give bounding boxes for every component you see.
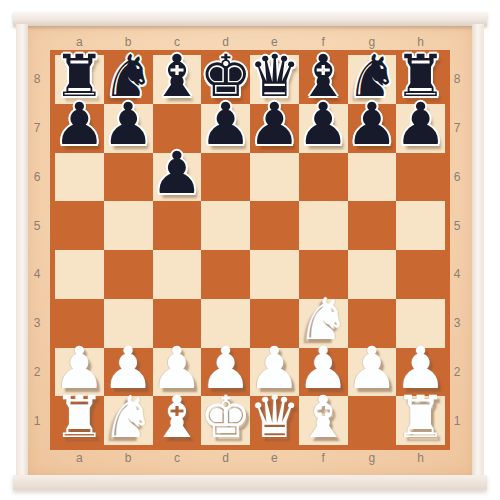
rank-label-left-4: 4 [27, 250, 47, 299]
square-h7[interactable]: ♟ [396, 104, 445, 153]
board-grid-border: ♜♞♝♚♛♝♞♜♟♟♟♟♟♟♟♟♞♟♟♟♟♟♟♟♟♜♞♝♚♛♝♜ [50, 50, 450, 450]
square-g7[interactable]: ♟ [348, 104, 397, 153]
square-e6[interactable] [250, 153, 299, 202]
piece-white-pawn[interactable]: ♟ [348, 348, 397, 397]
rank-label-left-1: 1 [27, 396, 47, 445]
rank-label-right-2: 2 [447, 348, 467, 397]
square-d7[interactable]: ♟ [201, 104, 250, 153]
square-f7[interactable]: ♟ [299, 104, 348, 153]
piece-black-pawn[interactable]: ♟ [396, 104, 445, 153]
square-h1[interactable]: ♜ [396, 396, 445, 445]
piece-black-pawn[interactable]: ♟ [348, 104, 397, 153]
chessboard: ♜♞♝♚♛♝♞♜♟♟♟♟♟♟♟♟♞♟♟♟♟♟♟♟♟♜♞♝♚♛♝♜ [55, 55, 445, 445]
square-b1[interactable]: ♞ [104, 396, 153, 445]
piece-white-bishop[interactable]: ♝ [153, 396, 202, 445]
square-h5[interactable] [396, 201, 445, 250]
frame-right-rail [472, 24, 484, 477]
square-c5[interactable] [153, 201, 202, 250]
piece-white-rook[interactable]: ♜ [396, 396, 445, 445]
file-label-bottom-c: c [153, 449, 202, 467]
frame-bottom-rail [13, 475, 487, 490]
square-d6[interactable] [201, 153, 250, 202]
file-label-bottom-g: g [348, 449, 397, 467]
square-c4[interactable] [153, 250, 202, 299]
square-h4[interactable] [396, 250, 445, 299]
piece-white-king[interactable]: ♚ [201, 396, 250, 445]
square-b4[interactable] [104, 250, 153, 299]
rank-label-left-6: 6 [27, 153, 47, 202]
square-f6[interactable] [299, 153, 348, 202]
square-a1[interactable]: ♜ [55, 396, 104, 445]
rank-label-right-1: 1 [447, 396, 467, 445]
rank-label-right-6: 6 [447, 153, 467, 202]
rank-label-right-4: 4 [447, 250, 467, 299]
square-c8[interactable]: ♝ [153, 55, 202, 104]
file-label-bottom-h: h [396, 449, 445, 467]
square-e1[interactable]: ♛ [250, 396, 299, 445]
rank-label-left-3: 3 [27, 299, 47, 348]
piece-black-bishop[interactable]: ♝ [153, 55, 202, 104]
square-g4[interactable] [348, 250, 397, 299]
file-label-bottom-f: f [299, 449, 348, 467]
frame-top-rail [13, 12, 487, 26]
square-e4[interactable] [250, 250, 299, 299]
square-g5[interactable] [348, 201, 397, 250]
square-g6[interactable] [348, 153, 397, 202]
square-d5[interactable] [201, 201, 250, 250]
piece-white-rook[interactable]: ♜ [55, 396, 104, 445]
demo-board-photo: ♜♞♝♚♛♝♞♜♟♟♟♟♟♟♟♟♞♟♟♟♟♟♟♟♟♜♞♝♚♛♝♜ aabbccd… [0, 0, 500, 500]
piece-white-knight[interactable]: ♞ [104, 396, 153, 445]
square-g2[interactable]: ♟ [348, 348, 397, 397]
rank-label-left-7: 7 [27, 104, 47, 153]
file-label-bottom-a: a [55, 449, 104, 467]
rank-label-left-5: 5 [27, 201, 47, 250]
square-c6[interactable]: ♟ [153, 153, 202, 202]
square-a6[interactable] [55, 153, 104, 202]
piece-black-pawn[interactable]: ♟ [104, 104, 153, 153]
square-f1[interactable]: ♝ [299, 396, 348, 445]
square-h6[interactable] [396, 153, 445, 202]
piece-black-pawn[interactable]: ♟ [153, 153, 202, 202]
rank-label-right-7: 7 [447, 104, 467, 153]
square-c1[interactable]: ♝ [153, 396, 202, 445]
file-label-bottom-b: b [104, 449, 153, 467]
square-e7[interactable]: ♟ [250, 104, 299, 153]
square-d4[interactable] [201, 250, 250, 299]
piece-black-pawn[interactable]: ♟ [201, 104, 250, 153]
square-e5[interactable] [250, 201, 299, 250]
piece-black-pawn[interactable]: ♟ [250, 104, 299, 153]
piece-white-queen[interactable]: ♛ [250, 396, 299, 445]
file-label-bottom-d: d [201, 449, 250, 467]
rank-label-left-8: 8 [27, 55, 47, 104]
square-a5[interactable] [55, 201, 104, 250]
square-d1[interactable]: ♚ [201, 396, 250, 445]
piece-white-bishop[interactable]: ♝ [299, 396, 348, 445]
square-a7[interactable]: ♟ [55, 104, 104, 153]
piece-black-pawn[interactable]: ♟ [55, 104, 104, 153]
rank-label-left-2: 2 [27, 348, 47, 397]
rank-label-right-3: 3 [447, 299, 467, 348]
rank-label-right-5: 5 [447, 201, 467, 250]
square-f5[interactable] [299, 201, 348, 250]
square-g1[interactable] [348, 396, 397, 445]
piece-black-pawn[interactable]: ♟ [299, 104, 348, 153]
file-label-bottom-e: e [250, 449, 299, 467]
square-b6[interactable] [104, 153, 153, 202]
square-a4[interactable] [55, 250, 104, 299]
square-b5[interactable] [104, 201, 153, 250]
square-b7[interactable]: ♟ [104, 104, 153, 153]
rank-label-right-8: 8 [447, 55, 467, 104]
